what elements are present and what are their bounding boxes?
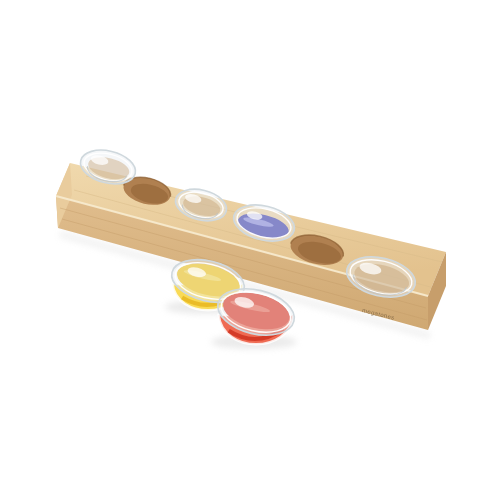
product-photo: megatones	[0, 0, 500, 500]
paint-tray-scene: megatones	[0, 0, 500, 500]
